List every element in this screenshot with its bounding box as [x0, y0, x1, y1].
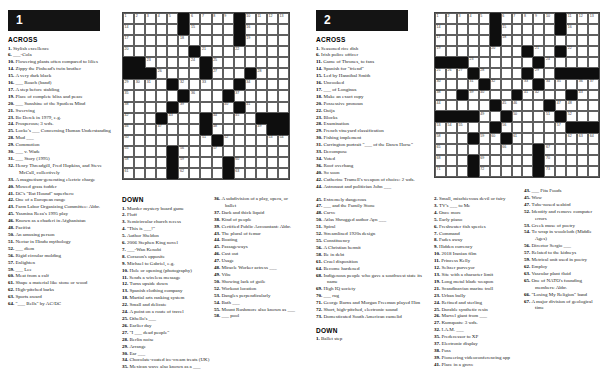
clue-number: 39.	[434, 355, 440, 360]
grid-cell	[479, 46, 490, 57]
clue-number: 24.	[434, 300, 440, 305]
grid-cell	[577, 155, 588, 166]
grid-cell: 41	[522, 90, 533, 101]
grid-cell	[267, 146, 278, 157]
grid-cell	[267, 68, 278, 79]
clue-item: 73. Domesticated South American camelid	[316, 314, 428, 321]
clue-item: 22. Ouija	[316, 108, 428, 115]
grid-cell	[490, 111, 501, 122]
grid-cell	[512, 79, 523, 90]
black-square	[278, 113, 289, 124]
cell-number: 3	[147, 14, 149, 18]
black-square	[490, 122, 501, 133]
grid-cell	[223, 46, 234, 57]
grid-cell	[512, 46, 523, 57]
grid-cell	[256, 90, 267, 101]
clue-number: 53.	[214, 293, 220, 298]
grid-cell	[479, 35, 490, 46]
cell-number: 63	[235, 169, 239, 173]
cell-number: 17	[437, 35, 441, 39]
crossword-book-spread: { "game": "crossword (puzzle book spread…	[0, 0, 600, 388]
clue-item: 45. Yasmina Reza's 1995 play	[8, 211, 119, 218]
clue-item: 59. ___ Lee	[8, 267, 119, 274]
grid-cell	[245, 124, 256, 135]
grid-cell	[178, 57, 189, 68]
cell-number: 71	[437, 167, 441, 171]
clue-item: 36. A subdivision of a play, opera, or b…	[214, 196, 299, 210]
clue-number: 17.	[316, 87, 322, 92]
clue-number: 56.	[524, 243, 530, 248]
grid-cell: 46	[512, 100, 523, 111]
grid-cell	[278, 35, 289, 46]
grid-cell	[145, 113, 156, 124]
clue-item: 62. High-pitched barks	[8, 287, 119, 294]
clue-item: 22. Small and delicate	[122, 302, 211, 309]
clue-item: 11. Princess Kelly	[434, 258, 521, 265]
clue-number: 30.	[122, 351, 128, 356]
grid-cell	[134, 46, 145, 57]
clue-item: 41. Place in a grove	[434, 362, 521, 369]
grid-cell	[167, 124, 178, 135]
grid-cell	[156, 102, 167, 113]
clue-item: 24. Prosperous; 3 wds.	[8, 121, 119, 128]
grid-cell: 2	[134, 13, 145, 24]
cell-number: 22	[568, 46, 572, 50]
grid-cell	[256, 35, 267, 46]
clue-number: 7.	[434, 231, 438, 236]
grid-cell	[178, 124, 189, 135]
grid-cell: 18	[501, 35, 512, 46]
grid-cell	[577, 24, 588, 35]
clue-item: 43. ___ Fita Foods	[524, 188, 600, 195]
puzzle2-across-column: ACROSS1. Seasoned rice dish6. Irish poli…	[316, 36, 428, 349]
grid-cell: 62	[178, 168, 189, 179]
grid-cell	[446, 35, 457, 46]
cell-number: 6	[191, 14, 193, 18]
grid-cell	[156, 79, 167, 90]
clue-number: 63.	[524, 271, 530, 276]
cell-number: 44	[437, 101, 441, 105]
grid-cell	[522, 57, 533, 68]
clue-number: 41.	[8, 191, 14, 196]
cell-number: 9	[224, 14, 226, 18]
grid-cell: 47	[555, 100, 566, 111]
clue-number: 31.	[316, 142, 322, 147]
clue-number: 59.	[524, 257, 530, 262]
cell-number: 31	[147, 80, 151, 84]
grid-cell: 53	[435, 122, 446, 133]
clue-list-header: DOWN	[122, 196, 211, 203]
clue-number: 30.	[8, 149, 14, 154]
clue-number: 21.	[434, 286, 440, 291]
clue-item: 52. Identify and remove computer errors	[524, 209, 600, 223]
clue-item: 21. Scandinavian marine troll	[434, 286, 521, 293]
grid-cell: 45	[234, 113, 245, 124]
grid-cell: 34	[544, 79, 555, 90]
grid-cell: 61	[512, 133, 523, 144]
clue-item: 68. Indigenous people who gave a southwe…	[316, 273, 428, 287]
grid-cell: 54	[446, 122, 457, 133]
grid-cell	[212, 157, 223, 168]
puzzle1-down-column-2: 36. A subdivision of a play, opera, or b…	[214, 196, 299, 326]
grid-cell	[588, 24, 599, 35]
clue-item: 1. Stylish excellence	[8, 46, 119, 53]
clue-item: 42. Catherine Tramell's weapon of choice…	[316, 177, 428, 184]
clue-item: 25. Durable synthetic resin	[434, 307, 521, 314]
clue-block: ACROSS1. Stylish excellence6. ___-Cola10…	[8, 36, 119, 308]
grid-cell: 41	[245, 102, 256, 113]
grid-cell: 38	[435, 90, 446, 101]
cell-number: 47	[557, 101, 561, 105]
clue-item: 54. Bath ___	[214, 300, 299, 307]
clue-number: 52.	[8, 246, 14, 251]
clue-item: 55. Mount Rushmore also known as ___	[214, 307, 299, 314]
grid-cell	[501, 57, 512, 68]
clue-item: 28. Berlin noise	[122, 337, 211, 344]
right-page: 2 12345678910111213141516171819202122232…	[300, 0, 600, 388]
grid-cell	[555, 133, 566, 144]
grid-cell	[245, 146, 256, 157]
clue-item: 3. TV's ___ to Me	[434, 203, 521, 210]
cell-number: 34	[546, 79, 550, 83]
clue-number: 25.	[122, 316, 128, 321]
grid-cell: 4	[468, 13, 479, 24]
clue-number: 9.	[122, 261, 126, 266]
cell-number: 15	[502, 25, 506, 29]
grid-cell: 24	[189, 57, 200, 68]
clue-number: 34.	[122, 357, 128, 362]
clue-number: 13.	[122, 288, 128, 293]
black-square	[156, 113, 167, 124]
black-square	[200, 68, 211, 79]
clue-item: 24. Refined and sterling	[434, 300, 521, 307]
clue-item: 49. Vibe	[214, 272, 299, 279]
grid-cell: 40	[223, 102, 234, 113]
grid-cell	[490, 155, 501, 166]
cell-number: 14	[437, 25, 441, 29]
cell-number: 12	[268, 14, 272, 18]
black-square	[577, 68, 588, 79]
grid-cell	[501, 79, 512, 90]
cell-number: 13	[280, 14, 284, 18]
cell-number: 5	[169, 14, 171, 18]
grid-cell	[134, 168, 145, 179]
grid-cell: 21	[200, 46, 211, 57]
clue-item: 53. Dangles perpendicularly	[214, 293, 299, 300]
black-square	[566, 68, 577, 79]
black-square	[577, 122, 588, 133]
grid-cell	[457, 46, 468, 57]
grid-cell: 73	[544, 166, 555, 177]
clue-number: 28.	[122, 337, 128, 342]
grid-cell	[189, 135, 200, 146]
grid-cell	[223, 79, 234, 90]
grid-cell: 26	[446, 68, 457, 79]
clue-item: 50. An amusing person	[8, 232, 119, 239]
grid-cell	[522, 122, 533, 133]
cell-number: 44	[213, 113, 217, 117]
clue-item: 48. Miracle Worker actress ___	[214, 265, 299, 272]
clue-item: 28. Mud ___	[8, 135, 119, 142]
grid-cell: 35	[555, 79, 566, 90]
cell-number: 5	[480, 14, 482, 18]
cell-number: 18	[180, 36, 184, 40]
cell-number: 3	[458, 14, 460, 18]
grid-cell: 38	[123, 102, 134, 113]
clue-item: 52. Workout location	[214, 286, 299, 293]
cell-number: 52	[568, 112, 572, 116]
clue-number: 11.	[434, 258, 440, 263]
black-square	[479, 79, 490, 90]
clue-number: 23.	[8, 115, 14, 120]
grid-cell	[457, 100, 468, 111]
grid-cell: 65	[435, 144, 446, 155]
clue-number: 23.	[316, 115, 322, 120]
black-square	[223, 90, 234, 101]
black-square	[267, 113, 278, 124]
clue-item: 41. DC's "Bat Hound" superhero	[8, 191, 119, 198]
grid-cell: 42	[533, 90, 544, 101]
grid-cell: 72	[479, 166, 490, 177]
clue-number: 40.	[8, 184, 14, 189]
clue-item: 29. Arrange	[122, 344, 211, 351]
grid-cell	[490, 144, 501, 155]
black-square	[588, 122, 599, 133]
black-square	[134, 57, 145, 68]
grid-cell	[134, 146, 145, 157]
left-page: 1 12345678910111213141516171819202122232…	[0, 0, 300, 388]
clue-number: 55.	[214, 307, 220, 312]
clue-number: 8.	[122, 254, 126, 259]
grid-cell: 63	[577, 133, 588, 144]
grid-cell	[512, 24, 523, 35]
grid-cell: 10	[544, 13, 555, 24]
clue-number: 7.	[122, 247, 126, 252]
cell-number: 50	[125, 135, 129, 139]
clue-item: 24. A point on a route of travel	[122, 309, 211, 316]
cell-number: 4	[469, 14, 471, 18]
cell-number: 51	[202, 135, 206, 139]
grid-cell	[457, 155, 468, 166]
grid-cell: 35	[123, 90, 134, 101]
clue-number: 25.	[434, 307, 440, 312]
black-square	[200, 124, 211, 135]
grid-cell	[278, 79, 289, 90]
clue-item: 20. ___ Sunshine of the Spotless Mind	[8, 101, 119, 108]
grid-cell: 53	[267, 135, 278, 146]
cell-number: 20	[125, 47, 129, 51]
grid-cell	[544, 24, 555, 35]
clue-number: 50.	[214, 279, 220, 284]
cell-number: 35	[125, 91, 129, 95]
clue-item: 31. Carrington portrait "___ of the Dawn…	[316, 142, 428, 149]
clue-item: 20. Possessive pronoun	[316, 101, 428, 108]
grid-cell	[468, 35, 479, 46]
grid-cell: 50	[123, 135, 134, 146]
clue-item: 42. One of a European range	[8, 197, 119, 204]
grid-cell	[555, 57, 566, 68]
clue-item: 59. Metrical unit used in poetry	[524, 257, 600, 264]
grid-cell	[555, 166, 566, 177]
clue-item: 43. The plural of femur	[214, 231, 299, 238]
grid-cell	[167, 135, 178, 146]
grid-cell: 61	[123, 168, 134, 179]
black-square	[189, 46, 200, 57]
cell-number: 51	[546, 112, 550, 116]
grid-cell	[468, 24, 479, 35]
grid-cell: 10	[245, 13, 256, 24]
grid-cell	[533, 35, 544, 46]
grid-cell	[278, 57, 289, 68]
black-square	[234, 13, 245, 24]
grid-cell	[533, 100, 544, 111]
grid-cell	[588, 46, 599, 57]
grid-cell	[544, 68, 555, 79]
grid-cell	[167, 35, 178, 46]
grid-cell	[501, 155, 512, 166]
clue-item: 19. Long metal blade weapon	[434, 279, 521, 286]
cell-number: 64	[590, 134, 594, 138]
grid-cell	[212, 102, 223, 113]
clue-number: 48.	[316, 210, 322, 215]
cell-number: 32	[491, 79, 495, 83]
clue-item: 6. 2006 Stephen King novel	[122, 240, 211, 247]
grid-cell	[566, 144, 577, 155]
grid-cell: 12	[267, 13, 278, 24]
clue-number: 20.	[316, 101, 322, 106]
grid-cell: 22	[566, 46, 577, 57]
clue-number: 35.	[122, 364, 128, 369]
grid-cell	[156, 157, 167, 168]
clue-number: 37.	[434, 341, 440, 346]
clue-item: 14. Spanish for "friend"	[316, 66, 428, 73]
grid-cell	[256, 135, 267, 146]
clue-item: 64. Become hardened	[316, 266, 428, 273]
grid-cell: 22	[234, 46, 245, 57]
clue-number: 27.	[122, 330, 128, 335]
black-square	[533, 166, 544, 177]
clue-item: 18. Martial arts ranking system	[122, 295, 211, 302]
grid-cell	[446, 46, 457, 57]
grid-cell	[234, 146, 245, 157]
clue-item: 27. "I ___ dead people"	[122, 330, 211, 337]
clue-item: 37. Dark and thick liquid	[214, 210, 299, 217]
clue-number: 57.	[524, 250, 530, 255]
grid-cell	[245, 168, 256, 179]
grid-cell	[212, 90, 223, 101]
clue-item: 4. "This is ___!"	[122, 226, 211, 233]
grid-cell	[457, 35, 468, 46]
clue-number: 12.	[434, 265, 440, 270]
black-square	[167, 146, 178, 157]
grid-cell	[577, 100, 588, 111]
clue-item: 9. Hidden currency	[434, 244, 521, 251]
clue-item: 65. One of NATO's founding members: Abbr…	[524, 278, 600, 292]
clue-block: ACROSS1. Seasoned rice dish6. Irish poli…	[316, 36, 428, 191]
clue-number: 56.	[8, 253, 14, 258]
clue-number: 45.	[524, 195, 530, 200]
clue-number: 50.	[8, 232, 14, 237]
grid-cell	[256, 79, 267, 90]
clue-item: 36. Roof overhang	[316, 163, 428, 170]
grid-cell	[200, 168, 211, 179]
grid-cell	[223, 113, 234, 124]
grid-cell	[512, 166, 523, 177]
grid-cell: 30	[435, 79, 446, 90]
clue-number: 16.	[316, 80, 322, 85]
clue-number: 43.	[214, 231, 220, 236]
clue-number: 42.	[316, 177, 322, 182]
grid-cell	[167, 90, 178, 101]
clue-item: 19. Place of complete bliss and peace	[8, 94, 119, 101]
cell-number: 38	[437, 90, 441, 94]
clue-item: 56. Rigid circular molding	[8, 253, 119, 260]
clue-number: 5.	[122, 233, 126, 238]
cell-number: 46	[125, 124, 129, 128]
cell-number: 35	[557, 79, 561, 83]
clue-item: 23. Urban bully	[434, 293, 521, 300]
clue-number: 52.	[316, 231, 322, 236]
cell-number: 46	[513, 101, 517, 105]
grid-cell	[544, 46, 555, 57]
clue-number: 59.	[8, 267, 14, 272]
clue-item: 30. Ear ___	[122, 351, 211, 358]
grid-cell	[134, 124, 145, 135]
grid-cell	[134, 113, 145, 124]
grid-cell: 60	[490, 133, 501, 144]
grid-cell	[245, 46, 256, 57]
grid-cell: 29	[533, 68, 544, 79]
clue-number: 39.	[214, 224, 220, 229]
cell-number: 42	[125, 113, 129, 117]
grid-cell	[566, 79, 577, 90]
clue-item: 11. Sends a wireless message	[122, 275, 211, 282]
clue-item: 47. Tube-nosed seabird	[524, 202, 600, 209]
grid-cell	[156, 135, 167, 146]
clue-number: 11.	[122, 275, 128, 280]
clue-number: 9.	[434, 244, 438, 249]
grid-cell: 58	[435, 133, 446, 144]
grid-cell	[189, 102, 200, 113]
clue-number: 1.	[316, 336, 320, 341]
cell-number: 23	[147, 58, 151, 62]
black-square	[223, 168, 234, 179]
clue-number: 20.	[8, 101, 14, 106]
black-square	[468, 133, 479, 144]
grid-cell	[189, 157, 200, 168]
grid-cell: 16	[245, 24, 256, 35]
grid-cell	[446, 144, 457, 155]
clue-item: 18. Make an exact copy	[316, 94, 428, 101]
clue-item: 38. Kind of people	[214, 217, 299, 224]
clue-item: 25. Locke's ___ Concerning Human Underst…	[8, 128, 119, 135]
cell-number: 25	[213, 58, 217, 62]
grid-cell	[468, 144, 479, 155]
clue-item: 69. High IQ society	[316, 286, 428, 293]
clue-item: 63. Vascular plant fluid	[524, 271, 600, 278]
grid-cell	[512, 35, 523, 46]
cell-number: 14	[125, 25, 129, 29]
grid-cell	[245, 135, 256, 146]
clue-block: 43. ___ Fita Foods45. Wow47. Tube-nosed …	[524, 188, 600, 312]
clue-item: 45. Wow	[524, 195, 600, 202]
cell-number: 32	[180, 80, 184, 84]
grid-cell	[256, 146, 267, 157]
clue-item: 3. Semicircular church recess	[122, 219, 211, 226]
clue-item: 54. To wrap in woolcloth (Middle Ages)	[524, 229, 600, 243]
clue-item: 40. Mowed grass fodder	[8, 184, 119, 191]
clue-number: 29.	[122, 344, 128, 349]
